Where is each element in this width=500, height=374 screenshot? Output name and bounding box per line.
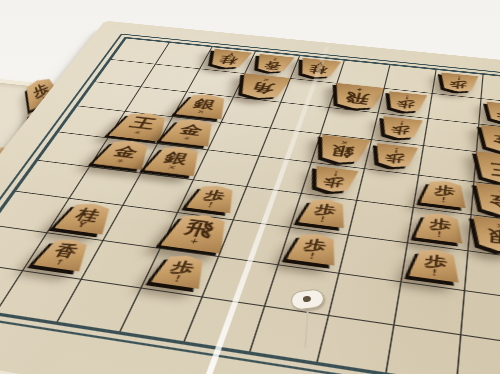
piece-move-mark: Y [227,52,235,56]
piece-face: 歩! [415,211,465,244]
piece-kanji: 王 [489,161,500,179]
piece-face: 金✳ [478,124,500,154]
piece-face: 歩! [298,197,350,228]
piece-move-mark: ! [333,169,339,175]
piece-move-mark: ✕ [261,77,270,82]
piece-face: 桂Y [295,58,341,80]
sente-piece-香[interactable]: 香↑ [33,236,96,271]
piece-move-mark: Y [316,61,323,66]
piece-face: 香↑ [251,54,294,74]
gote-piece-銀[interactable]: 銀✕ [314,134,371,165]
sente-piece-歩[interactable]: 歩! [420,178,468,208]
piece-face: 香↑ [484,101,500,125]
piece-face: 香↑ [33,236,96,271]
gote-piece-桂[interactable]: 桂Y [205,49,252,70]
piece-kanji: 歩 [390,124,411,136]
piece-move-mark: ✕ [196,109,206,114]
piece-face: 金✳ [473,182,500,218]
gote-piece-金[interactable]: 金✳ [473,182,500,218]
piece-move-mark: ! [206,202,213,209]
piece-kanji: 歩 [429,217,452,233]
square-r9c8[interactable] [385,324,460,374]
piece-kanji: 歩 [434,184,456,198]
piece-move-mark: ! [441,197,446,204]
piece-kanji: 歩 [322,175,345,189]
clasp-hole [303,296,312,303]
piece-kanji: 金 [488,193,500,210]
piece-kanji: 飛 [182,219,217,240]
piece-move-mark: ! [457,75,461,80]
piece-kanji: 歩 [449,79,467,89]
square-r9c9[interactable] [456,334,500,374]
piece-kanji: 歩 [202,188,227,202]
piece-kanji: 桂 [217,55,238,65]
piece-move-mark: ✳ [182,136,192,142]
piece-kanji: 香 [496,109,500,120]
piece-kanji: 歩 [313,202,337,217]
shogi-grid: 桂Y香↑桂Y歩!角✕飛+歩!香↑銀✕歩!金✳王✳金✳銀✕歩!王✳金✳銀✕歩!歩!… [0,37,500,374]
gote-piece-金[interactable]: 金✳ [478,124,500,154]
piece-face: 歩! [186,183,240,213]
piece-face: 歩! [409,247,462,283]
gote-piece-飛[interactable]: 飛+ [329,82,386,111]
piece-kanji: 歩 [384,151,405,164]
piece-kanji: 歩 [424,253,448,270]
piece-move-mark: ✳ [132,130,142,136]
piece-kanji: 銀 [329,144,355,159]
piece-face: 歩! [378,116,423,141]
gote-piece-銀[interactable]: 銀✕ [470,215,500,255]
piece-face: 歩! [384,91,427,114]
square-r9c7[interactable] [316,315,393,373]
board-border-outer: 桂Y香↑桂Y歩!角✕飛+歩!香↑銀✕歩!金✳王✳金✳銀✕歩!王✳金✳銀✕歩!歩!… [0,34,500,374]
piece-kanji: 角 [249,81,276,95]
sente-piece-歩[interactable]: 歩! [286,231,341,266]
gote-piece-歩[interactable]: 歩! [378,116,423,141]
piece-face: 歩! [286,231,341,266]
gote-piece-桂[interactable]: 桂Y [295,58,341,80]
piece-kanji: 飛 [344,91,370,105]
piece-move-mark: ✕ [166,164,177,170]
piece-face: 歩! [309,165,359,194]
sente-piece-歩[interactable]: 歩! [186,183,240,213]
piece-face: 歩! [151,252,212,289]
piece-move-mark: Y [76,222,87,229]
piece-face: 歩! [420,178,468,208]
piece-kanji: 金 [492,134,500,149]
piece-move-mark: ! [308,253,315,261]
piece-face: 銀✕ [314,134,371,165]
shogi-board: 桂Y香↑桂Y歩!角✕飛+歩!香↑銀✕歩!金✳王✳金✳銀✕歩!王✳金✳銀✕歩!歩!… [0,21,500,374]
piece-kanji: 金 [178,123,205,137]
piece-kanji: 歩 [302,237,327,253]
piece-face: 歩! [438,72,478,93]
piece-kanji: 桂 [73,207,102,223]
piece-move-mark: ✳ [115,158,126,164]
piece-kanji: 王 [127,116,158,131]
piece-move-mark: ! [319,216,326,223]
gote-piece-香[interactable]: 香↑ [484,101,500,125]
piece-move-mark: + [188,238,200,246]
piece-kanji: 香 [52,243,81,260]
piece-kanji: 銀 [192,97,218,110]
gote-piece-歩[interactable]: 歩! [438,72,478,93]
board-perspective-wrap: 桂Y香↑桂Y歩!角✕飛+歩!香↑銀✕歩!金✳王✳金✳銀✕歩!王✳金✳銀✕歩!歩!… [0,21,500,374]
piece-kanji: 銀 [486,227,500,246]
piece-move-mark: ✕ [340,139,349,145]
piece-move-mark: ! [404,94,409,99]
gote-piece-歩[interactable]: 歩! [309,165,359,194]
piece-move-mark: ! [436,231,442,238]
piece-move-mark: ↑ [53,258,66,266]
gote-piece-香[interactable]: 香↑ [251,54,294,74]
gote-piece-歩[interactable]: 歩! [371,142,418,169]
piece-face: 桂Y [205,49,252,70]
piece-move-mark: ! [399,119,404,124]
sente-piece-歩[interactable]: 歩! [298,197,350,228]
piece-kanji: 銀 [162,150,191,165]
piece-kanji: 桂 [307,65,328,75]
piece-move-mark: ↑ [271,56,280,61]
piece-move-mark: ! [431,269,437,277]
piece-move-mark: ! [173,275,181,283]
piece-kanji: 香 [262,60,282,70]
square-r9c6[interactable] [249,306,328,362]
piece-face: 飛+ [329,82,386,111]
piece-kanji: 歩 [396,98,416,109]
sente-piece-歩[interactable]: 歩! [151,252,212,289]
piece-kanji: 金 [111,144,140,159]
piece-kanji: 歩 [168,259,196,276]
piece-face: 歩! [371,142,418,169]
gote-piece-歩[interactable]: 歩! [384,91,427,114]
piece-move-mark: ! [393,146,398,152]
piece-face: 銀✕ [470,215,500,255]
piece-move-mark: ✕ [495,221,500,229]
table-surface: 歩! 歩! 歩! 桂Y香↑桂Y歩!角✕飛+歩!香↑銀✕歩!金✳王✳金✳銀✕歩!王… [0,0,500,374]
piece-move-mark: + [355,87,363,92]
sente-piece-歩[interactable]: 歩! [409,247,462,283]
sente-piece-歩[interactable]: 歩! [415,211,465,244]
